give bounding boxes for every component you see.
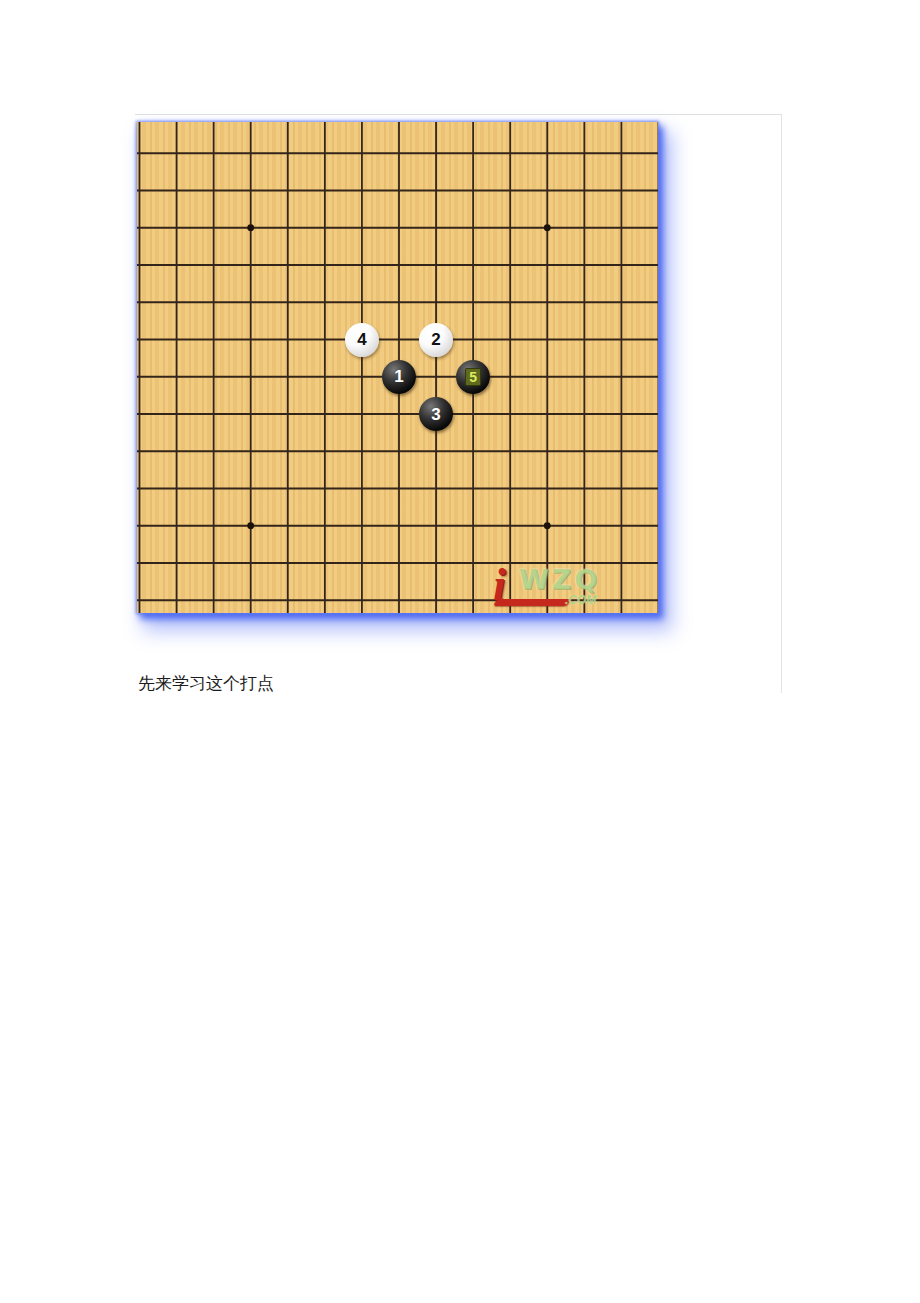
star-point	[247, 224, 254, 231]
last-move-number-tag: 5	[465, 368, 481, 386]
stone-black-3: 3	[419, 397, 453, 431]
stone-white-2: 2	[419, 323, 453, 357]
stone-black-5-last-move: 5	[456, 360, 490, 394]
gomoku-board-diagram: 12345 i WZQ .COM	[137, 122, 658, 613]
star-point	[544, 224, 551, 231]
stone-black-1: 1	[382, 360, 416, 394]
article-page: 12345 i WZQ .COM 先来学习这个打点	[0, 0, 920, 1303]
diagram-caption: 先来学习这个打点	[138, 672, 658, 695]
star-point	[544, 522, 551, 529]
star-point	[247, 522, 254, 529]
stone-white-4: 4	[345, 323, 379, 357]
